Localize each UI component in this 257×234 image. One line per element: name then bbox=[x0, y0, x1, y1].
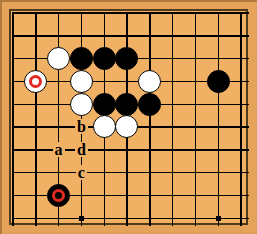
board-point[interactable] bbox=[2, 184, 25, 207]
board-point[interactable] bbox=[116, 116, 139, 139]
board-point[interactable] bbox=[70, 207, 93, 230]
board-point[interactable] bbox=[161, 116, 184, 139]
board-point[interactable] bbox=[116, 207, 139, 230]
board-point[interactable] bbox=[138, 47, 161, 70]
board-point[interactable] bbox=[2, 70, 25, 93]
board-point[interactable] bbox=[70, 70, 93, 93]
board-point[interactable] bbox=[93, 138, 116, 161]
black-stone bbox=[93, 47, 116, 70]
board-point[interactable] bbox=[24, 184, 47, 207]
board-point[interactable] bbox=[93, 47, 116, 70]
board-point[interactable] bbox=[230, 207, 253, 230]
board-point[interactable] bbox=[230, 161, 253, 184]
board-point[interactable] bbox=[93, 93, 116, 116]
white-stone bbox=[93, 115, 116, 138]
board-point[interactable] bbox=[47, 161, 70, 184]
board-point[interactable] bbox=[70, 47, 93, 70]
black-stone bbox=[115, 93, 138, 116]
board-point[interactable]: d bbox=[70, 138, 93, 161]
board-point[interactable] bbox=[207, 93, 230, 116]
board-point[interactable] bbox=[161, 184, 184, 207]
board-point[interactable] bbox=[70, 2, 93, 25]
board-point[interactable] bbox=[184, 47, 207, 70]
board-point[interactable] bbox=[207, 116, 230, 139]
black-stone bbox=[207, 70, 230, 93]
board-point[interactable] bbox=[230, 184, 253, 207]
board-point[interactable] bbox=[2, 116, 25, 139]
board-point[interactable] bbox=[70, 93, 93, 116]
board-point[interactable] bbox=[47, 93, 70, 116]
white-stone bbox=[70, 93, 93, 116]
board-point[interactable] bbox=[93, 24, 116, 47]
board-point[interactable] bbox=[207, 24, 230, 47]
board-point[interactable] bbox=[138, 116, 161, 139]
board-point[interactable] bbox=[116, 47, 139, 70]
white-stone bbox=[115, 115, 138, 138]
board-point[interactable] bbox=[24, 70, 47, 93]
board-point[interactable] bbox=[24, 116, 47, 139]
board-point[interactable] bbox=[207, 138, 230, 161]
board-point[interactable] bbox=[230, 2, 253, 25]
white-stone bbox=[24, 70, 47, 93]
board-point[interactable] bbox=[207, 2, 230, 25]
board-point[interactable] bbox=[161, 24, 184, 47]
board-point[interactable] bbox=[24, 138, 47, 161]
black-stone bbox=[138, 93, 161, 116]
board-point[interactable] bbox=[230, 47, 253, 70]
board-point[interactable] bbox=[138, 184, 161, 207]
board-point[interactable] bbox=[184, 70, 207, 93]
board-point[interactable] bbox=[47, 24, 70, 47]
board-point[interactable] bbox=[93, 116, 116, 139]
board-point[interactable]: b bbox=[70, 116, 93, 139]
board-point[interactable] bbox=[116, 24, 139, 47]
board-point[interactable] bbox=[138, 24, 161, 47]
white-stone bbox=[70, 70, 93, 93]
point-label: a bbox=[53, 142, 65, 157]
board-point[interactable] bbox=[161, 2, 184, 25]
black-stone bbox=[93, 93, 116, 116]
board-point[interactable] bbox=[184, 138, 207, 161]
board-point[interactable] bbox=[2, 207, 25, 230]
board-point[interactable] bbox=[116, 2, 139, 25]
board-point[interactable] bbox=[184, 93, 207, 116]
board-point[interactable] bbox=[184, 161, 207, 184]
board-point[interactable] bbox=[138, 207, 161, 230]
board-point[interactable] bbox=[24, 24, 47, 47]
board-point[interactable] bbox=[184, 207, 207, 230]
board-point[interactable] bbox=[47, 47, 70, 70]
board-point[interactable] bbox=[93, 70, 116, 93]
board-point[interactable] bbox=[184, 2, 207, 25]
board-point[interactable] bbox=[116, 138, 139, 161]
board-point[interactable] bbox=[161, 93, 184, 116]
board-point[interactable] bbox=[207, 70, 230, 93]
board-point[interactable] bbox=[184, 24, 207, 47]
board-point[interactable] bbox=[161, 47, 184, 70]
board-point[interactable] bbox=[116, 70, 139, 93]
board-point[interactable]: c bbox=[70, 161, 93, 184]
black-stone bbox=[115, 47, 138, 70]
board-point[interactable] bbox=[24, 93, 47, 116]
board-point[interactable] bbox=[93, 207, 116, 230]
board-point[interactable] bbox=[24, 207, 47, 230]
board-point[interactable] bbox=[2, 2, 25, 25]
circle-marker bbox=[52, 189, 65, 202]
point-label: b bbox=[75, 119, 88, 134]
board-point[interactable] bbox=[138, 2, 161, 25]
go-board-diagram: badc bbox=[0, 0, 257, 234]
board-point[interactable] bbox=[47, 207, 70, 230]
board-point[interactable] bbox=[93, 2, 116, 25]
board-point[interactable] bbox=[2, 138, 25, 161]
white-stone bbox=[47, 47, 70, 70]
black-stone bbox=[47, 184, 70, 207]
board-point[interactable] bbox=[184, 184, 207, 207]
board-point[interactable] bbox=[2, 161, 25, 184]
board-point[interactable] bbox=[47, 184, 70, 207]
board-point[interactable] bbox=[116, 184, 139, 207]
board-point[interactable] bbox=[230, 70, 253, 93]
board-point[interactable] bbox=[47, 70, 70, 93]
point-label: d bbox=[75, 142, 88, 157]
board-point[interactable] bbox=[70, 24, 93, 47]
board-point[interactable] bbox=[138, 138, 161, 161]
board-point[interactable] bbox=[138, 161, 161, 184]
board-point[interactable] bbox=[161, 207, 184, 230]
board-point[interactable] bbox=[47, 2, 70, 25]
board-point[interactable] bbox=[70, 184, 93, 207]
board-point[interactable] bbox=[230, 116, 253, 139]
point-label: c bbox=[76, 165, 87, 180]
white-stone bbox=[138, 70, 161, 93]
board-point[interactable] bbox=[230, 93, 253, 116]
board-point[interactable] bbox=[184, 116, 207, 139]
board-point[interactable] bbox=[161, 70, 184, 93]
board-point[interactable] bbox=[207, 207, 230, 230]
board-point[interactable] bbox=[230, 138, 253, 161]
board-point[interactable]: a bbox=[47, 138, 70, 161]
board-point[interactable] bbox=[47, 116, 70, 139]
board-point[interactable] bbox=[93, 161, 116, 184]
board-point[interactable] bbox=[24, 47, 47, 70]
board-point[interactable] bbox=[116, 161, 139, 184]
board-point[interactable] bbox=[2, 24, 25, 47]
board-point[interactable] bbox=[207, 47, 230, 70]
board-point[interactable] bbox=[138, 70, 161, 93]
board-point[interactable] bbox=[207, 161, 230, 184]
board-point[interactable] bbox=[161, 138, 184, 161]
board-point[interactable] bbox=[2, 47, 25, 70]
black-stone bbox=[70, 47, 93, 70]
board-point[interactable] bbox=[93, 184, 116, 207]
board-point[interactable] bbox=[24, 161, 47, 184]
board-point[interactable] bbox=[24, 2, 47, 25]
board-point[interactable] bbox=[2, 93, 25, 116]
board-grid: badc bbox=[2, 2, 253, 230]
board-point[interactable] bbox=[207, 184, 230, 207]
board-point[interactable] bbox=[230, 24, 253, 47]
board-point[interactable] bbox=[138, 93, 161, 116]
board-point[interactable] bbox=[116, 93, 139, 116]
circle-marker bbox=[29, 75, 42, 88]
board-point[interactable] bbox=[161, 161, 184, 184]
